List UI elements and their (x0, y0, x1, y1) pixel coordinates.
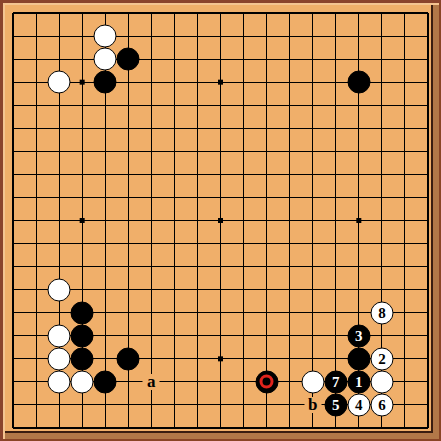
black-stone (94, 370, 117, 393)
black-stone-move-5: 5 (324, 393, 347, 416)
black-stone (347, 347, 370, 370)
black-stone-move-1: 1 (347, 370, 370, 393)
white-stone-move-4: 4 (347, 393, 370, 416)
move-number: 8 (378, 305, 386, 320)
black-stone-marked (255, 370, 278, 393)
white-stone (71, 370, 94, 393)
black-stone-move-3: 3 (347, 324, 370, 347)
move-number: 2 (378, 351, 386, 366)
white-stone-move-2: 2 (370, 347, 393, 370)
black-stone (117, 347, 140, 370)
white-stone (48, 324, 71, 347)
point-label-a: a (143, 374, 160, 390)
black-stone (71, 324, 94, 347)
black-stone (94, 71, 117, 94)
white-stone-move-6: 6 (370, 393, 393, 416)
black-stone (117, 48, 140, 71)
white-stone (94, 25, 117, 48)
white-stone-move-8: 8 (370, 301, 393, 324)
black-stone-move-7: 7 (324, 370, 347, 393)
black-stone (347, 71, 370, 94)
black-stone (71, 347, 94, 370)
white-stone (48, 370, 71, 393)
move-number: 1 (355, 374, 363, 389)
white-stone (94, 48, 117, 71)
white-stone (370, 370, 393, 393)
go-board: 71328546ab (0, 0, 441, 441)
move-number: 7 (332, 374, 340, 389)
white-stone (48, 278, 71, 301)
move-number: 5 (332, 397, 340, 412)
move-number: 4 (355, 397, 363, 412)
point-label-b: b (304, 397, 321, 413)
white-stone (48, 347, 71, 370)
red-circle-marker-icon (260, 375, 274, 389)
move-number: 6 (378, 397, 386, 412)
stones-layer: 71328546ab (0, 0, 441, 441)
move-number: 3 (355, 328, 363, 343)
black-stone (71, 301, 94, 324)
white-stone (301, 370, 324, 393)
white-stone (48, 71, 71, 94)
